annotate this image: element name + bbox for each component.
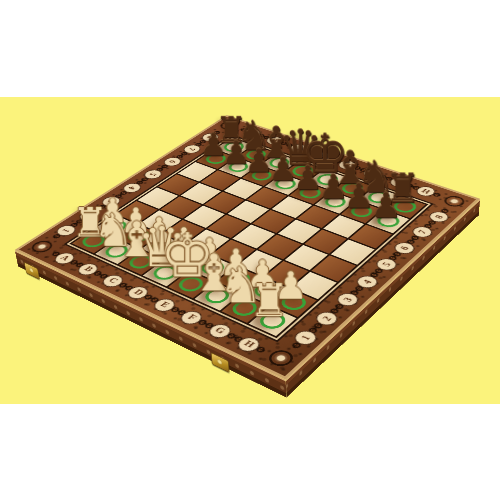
file-label-e: E [150,296,180,314]
brass-clasp-icon [211,352,230,373]
square-c1 [119,250,163,275]
file-label-d: D [124,284,153,301]
square-e4 [233,225,275,249]
rank-label-1: 1 [290,328,321,348]
rank-label-7: 7 [408,224,435,239]
file-label-g: G [205,321,236,340]
rank-label-6: 6 [390,240,418,256]
file-label-far-h: H [413,184,439,198]
frame-corner-ornament [441,194,468,209]
product-photo: ABCDEFGH ABCDEFGH 87654321 87654321 ♜♞♝♛… [0,0,500,500]
file-label-f: F [177,308,207,327]
file-label-c: C [99,272,128,289]
rank-label-2: 2 [311,309,341,328]
file-label-h: H [234,334,265,354]
file-label-far-a: A [241,127,264,138]
file-label-far-d: D [310,150,334,162]
file-label-far-g: G [387,175,412,188]
rank-label-4: 4 [352,273,381,290]
frame-corner-ornament [264,347,297,369]
brass-clasp-icon [24,262,40,280]
frame-corner-ornament [217,120,241,132]
file-label-far-f: F [360,167,385,180]
scene-stage: ABCDEFGH ABCDEFGH 87654321 87654321 ♜♞♝♛… [0,0,500,500]
file-label-far-e: E [335,158,360,171]
rank-label-8: 8 [425,209,451,224]
rank-label-5: 5 [372,256,400,273]
file-label-far-b: B [263,135,287,147]
file-label-far-c: C [286,142,310,154]
rank-label-3: 3 [332,291,361,309]
chess-board: ABCDEFGH ABCDEFGH 87654321 87654321 ♜♞♝♛… [15,115,481,380]
